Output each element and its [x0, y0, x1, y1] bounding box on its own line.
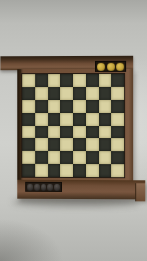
dark-checker-piece[interactable] — [54, 183, 60, 190]
board-square[interactable] — [99, 113, 112, 126]
board-square[interactable] — [35, 151, 48, 164]
cast-shadow — [12, 198, 140, 208]
board-square[interactable] — [86, 126, 99, 139]
dark-piece-slot — [25, 182, 62, 192]
board-square[interactable] — [111, 74, 124, 87]
board-square[interactable] — [99, 74, 112, 87]
board-square[interactable] — [48, 100, 61, 113]
board-square[interactable] — [99, 138, 112, 151]
board-square[interactable] — [86, 100, 99, 113]
light-checker-piece[interactable] — [107, 62, 115, 70]
board-square[interactable] — [22, 113, 35, 126]
board-square[interactable] — [48, 138, 61, 151]
photo-background — [0, 0, 147, 261]
dark-checker-piece[interactable] — [27, 183, 33, 190]
board-square[interactable] — [48, 74, 61, 87]
board-square[interactable] — [73, 87, 86, 100]
board-square[interactable] — [73, 138, 86, 151]
board-square[interactable] — [60, 113, 73, 126]
board-square[interactable] — [111, 126, 124, 139]
board-square[interactable] — [60, 125, 73, 138]
board-square[interactable] — [22, 74, 35, 87]
board-square[interactable] — [48, 164, 61, 177]
bottom-drawer-rail — [17, 180, 145, 200]
board-square[interactable] — [73, 74, 86, 87]
board-square[interactable] — [111, 113, 124, 126]
board-square[interactable] — [99, 151, 112, 164]
board-square[interactable] — [22, 151, 35, 164]
board-square[interactable] — [60, 100, 73, 113]
board-square[interactable] — [22, 87, 35, 100]
board-square[interactable] — [22, 164, 35, 177]
board-square[interactable] — [48, 125, 61, 138]
board-square[interactable] — [35, 74, 48, 87]
board-box — [17, 57, 133, 200]
dark-checker-piece[interactable] — [41, 183, 47, 190]
board-square[interactable] — [48, 113, 61, 126]
board-square[interactable] — [22, 138, 35, 151]
board-square[interactable] — [99, 87, 112, 100]
board-square[interactable] — [60, 164, 73, 177]
board-square[interactable] — [86, 151, 99, 164]
board-square[interactable] — [111, 100, 124, 113]
checkers-board — [21, 73, 125, 178]
board-square[interactable] — [48, 87, 61, 100]
board-square[interactable] — [35, 113, 48, 126]
board-square[interactable] — [99, 100, 112, 113]
board-square[interactable] — [35, 164, 48, 177]
board-square[interactable] — [86, 74, 99, 87]
board-square[interactable] — [73, 100, 86, 113]
board-square[interactable] — [35, 100, 48, 113]
board-square[interactable] — [35, 125, 48, 138]
board-square[interactable] — [86, 113, 99, 126]
board-square[interactable] — [111, 87, 124, 100]
light-piece-tray — [95, 61, 126, 72]
board-square[interactable] — [22, 100, 35, 113]
board-square[interactable] — [35, 138, 48, 151]
light-checker-piece[interactable] — [116, 62, 124, 70]
board-square[interactable] — [86, 87, 99, 100]
board-square[interactable] — [48, 151, 61, 164]
board-square[interactable] — [35, 87, 48, 100]
drawer-end-cap — [135, 183, 145, 201]
checkers-travel-box — [0, 0, 147, 261]
board-square[interactable] — [60, 151, 73, 164]
board-square[interactable] — [60, 74, 73, 87]
board-square[interactable] — [73, 164, 86, 177]
board-square[interactable] — [60, 87, 73, 100]
board-square[interactable] — [86, 138, 99, 151]
board-square[interactable] — [86, 164, 99, 177]
board-square[interactable] — [99, 126, 112, 139]
board-square[interactable] — [111, 164, 124, 177]
board-square[interactable] — [22, 125, 35, 138]
board-square[interactable] — [111, 138, 124, 151]
dark-checker-piece[interactable] — [34, 183, 40, 190]
light-checker-piece[interactable] — [97, 62, 105, 70]
board-square[interactable] — [73, 125, 86, 138]
board-square[interactable] — [60, 138, 73, 151]
board-square[interactable] — [73, 151, 86, 164]
board-square[interactable] — [111, 151, 124, 164]
dark-checker-piece[interactable] — [47, 183, 53, 190]
board-square[interactable] — [99, 164, 112, 177]
board-square[interactable] — [73, 113, 86, 126]
